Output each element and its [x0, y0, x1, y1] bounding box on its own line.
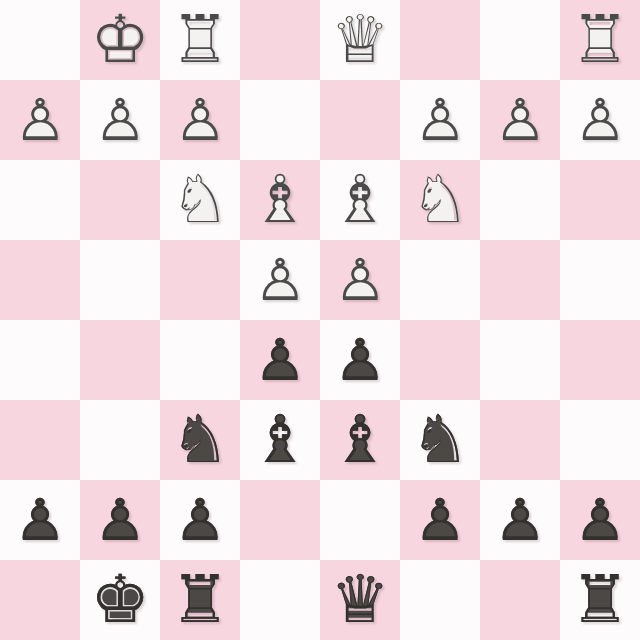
black-pawn-outline: ♙: [160, 480, 240, 560]
square-e3[interactable]: ♝♗: [320, 400, 400, 480]
square-a4[interactable]: [0, 320, 80, 400]
white-queen-outline: ♕: [320, 0, 400, 80]
piece-white-knight[interactable]: ♞♘: [400, 160, 480, 240]
square-g4[interactable]: [480, 320, 560, 400]
black-queen-outline: ♕: [320, 560, 400, 640]
black-pawn-outline: ♙: [560, 480, 640, 560]
square-c5[interactable]: [160, 240, 240, 320]
square-e1[interactable]: ♛♕: [320, 560, 400, 640]
square-e4[interactable]: ♟♙: [320, 320, 400, 400]
square-a1[interactable]: [0, 560, 80, 640]
square-b4[interactable]: [80, 320, 160, 400]
square-g1[interactable]: [480, 560, 560, 640]
piece-white-queen[interactable]: ♛♕: [320, 0, 400, 80]
square-e6[interactable]: ♝♗: [320, 160, 400, 240]
square-c6[interactable]: ♞♘: [160, 160, 240, 240]
square-d7[interactable]: [240, 80, 320, 160]
square-d8[interactable]: [240, 0, 320, 80]
black-pawn-outline: ♙: [320, 320, 400, 400]
square-d6[interactable]: ♝♗: [240, 160, 320, 240]
square-a7[interactable]: ♟♙: [0, 80, 80, 160]
piece-black-pawn[interactable]: ♟♙: [160, 480, 240, 560]
square-g3[interactable]: [480, 400, 560, 480]
piece-black-pawn[interactable]: ♟♙: [560, 480, 640, 560]
black-pawn-outline: ♙: [240, 320, 320, 400]
square-d5[interactable]: ♟♙: [240, 240, 320, 320]
square-c4[interactable]: [160, 320, 240, 400]
piece-black-queen[interactable]: ♛♕: [320, 560, 400, 640]
black-bishop-outline: ♗: [240, 400, 320, 480]
square-a6[interactable]: [0, 160, 80, 240]
white-pawn-outline: ♙: [160, 80, 240, 160]
square-g6[interactable]: [480, 160, 560, 240]
square-d1[interactable]: [240, 560, 320, 640]
square-g2[interactable]: ♟♙: [480, 480, 560, 560]
square-e8[interactable]: ♛♕: [320, 0, 400, 80]
square-b6[interactable]: [80, 160, 160, 240]
piece-black-knight[interactable]: ♞♘: [400, 400, 480, 480]
piece-black-pawn[interactable]: ♟♙: [400, 480, 480, 560]
piece-black-bishop[interactable]: ♝♗: [320, 400, 400, 480]
black-king-outline: ♔: [80, 560, 160, 640]
piece-white-pawn[interactable]: ♟♙: [400, 80, 480, 160]
black-pawn-outline: ♙: [480, 480, 560, 560]
piece-white-king[interactable]: ♚♔: [80, 0, 160, 80]
square-b7[interactable]: ♟♙: [80, 80, 160, 160]
black-pawn-outline: ♙: [80, 480, 160, 560]
square-f3[interactable]: ♞♘: [400, 400, 480, 480]
piece-white-pawn[interactable]: ♟♙: [0, 80, 80, 160]
square-e2[interactable]: [320, 480, 400, 560]
white-king-outline: ♔: [80, 0, 160, 80]
white-rook-outline: ♖: [560, 0, 640, 80]
white-bishop-outline: ♗: [320, 160, 400, 240]
black-pawn-outline: ♙: [0, 480, 80, 560]
piece-white-knight[interactable]: ♞♘: [160, 160, 240, 240]
square-h6[interactable]: [560, 160, 640, 240]
piece-white-pawn[interactable]: ♟♙: [480, 80, 560, 160]
square-e5[interactable]: ♟♙: [320, 240, 400, 320]
piece-black-pawn[interactable]: ♟♙: [80, 480, 160, 560]
white-pawn-outline: ♙: [0, 80, 80, 160]
white-knight-outline: ♘: [160, 160, 240, 240]
white-bishop-outline: ♗: [240, 160, 320, 240]
square-f8[interactable]: [400, 0, 480, 80]
piece-black-bishop[interactable]: ♝♗: [240, 400, 320, 480]
piece-white-pawn[interactable]: ♟♙: [320, 240, 400, 320]
square-f2[interactable]: ♟♙: [400, 480, 480, 560]
square-b8[interactable]: ♚♔: [80, 0, 160, 80]
white-pawn-outline: ♙: [80, 80, 160, 160]
black-knight-outline: ♘: [400, 400, 480, 480]
square-g8[interactable]: [480, 0, 560, 80]
white-pawn-outline: ♙: [480, 80, 560, 160]
square-g5[interactable]: [480, 240, 560, 320]
black-rook-outline: ♖: [160, 560, 240, 640]
piece-black-pawn[interactable]: ♟♙: [320, 320, 400, 400]
square-a8[interactable]: [0, 0, 80, 80]
square-d3[interactable]: ♝♗: [240, 400, 320, 480]
square-h5[interactable]: [560, 240, 640, 320]
black-rook-outline: ♖: [560, 560, 640, 640]
square-b3[interactable]: [80, 400, 160, 480]
piece-black-pawn[interactable]: ♟♙: [0, 480, 80, 560]
square-a5[interactable]: [0, 240, 80, 320]
white-pawn-outline: ♙: [560, 80, 640, 160]
square-h1[interactable]: ♜♖: [560, 560, 640, 640]
square-a3[interactable]: [0, 400, 80, 480]
white-rook-outline: ♖: [160, 0, 240, 80]
square-h7[interactable]: ♟♙: [560, 80, 640, 160]
black-bishop-outline: ♗: [320, 400, 400, 480]
square-h2[interactable]: ♟♙: [560, 480, 640, 560]
square-f4[interactable]: [400, 320, 480, 400]
square-g7[interactable]: ♟♙: [480, 80, 560, 160]
piece-black-knight[interactable]: ♞♘: [160, 400, 240, 480]
square-a2[interactable]: ♟♙: [0, 480, 80, 560]
white-pawn-outline: ♙: [240, 240, 320, 320]
square-h4[interactable]: [560, 320, 640, 400]
square-c1[interactable]: ♜♖: [160, 560, 240, 640]
square-e7[interactable]: [320, 80, 400, 160]
piece-black-rook[interactable]: ♜♖: [560, 560, 640, 640]
piece-white-pawn[interactable]: ♟♙: [560, 80, 640, 160]
piece-white-bishop[interactable]: ♝♗: [320, 160, 400, 240]
square-c7[interactable]: ♟♙: [160, 80, 240, 160]
square-c2[interactable]: ♟♙: [160, 480, 240, 560]
square-d4[interactable]: ♟♙: [240, 320, 320, 400]
square-f7[interactable]: ♟♙: [400, 80, 480, 160]
piece-black-pawn[interactable]: ♟♙: [240, 320, 320, 400]
square-f1[interactable]: [400, 560, 480, 640]
square-b5[interactable]: [80, 240, 160, 320]
piece-white-rook[interactable]: ♜♖: [560, 0, 640, 80]
square-f6[interactable]: ♞♘: [400, 160, 480, 240]
piece-black-rook[interactable]: ♜♖: [160, 560, 240, 640]
white-knight-outline: ♘: [400, 160, 480, 240]
piece-black-king[interactable]: ♚♔: [80, 560, 160, 640]
square-d2[interactable]: [240, 480, 320, 560]
black-knight-outline: ♘: [160, 400, 240, 480]
piece-white-bishop[interactable]: ♝♗: [240, 160, 320, 240]
piece-black-pawn[interactable]: ♟♙: [480, 480, 560, 560]
piece-white-pawn[interactable]: ♟♙: [160, 80, 240, 160]
square-h8[interactable]: ♜♖: [560, 0, 640, 80]
square-f5[interactable]: [400, 240, 480, 320]
square-c8[interactable]: ♜♖: [160, 0, 240, 80]
chess-board: ♚♔♜♖♛♕♜♖♟♙♟♙♟♙♟♙♟♙♟♙♞♘♝♗♝♗♞♘♟♙♟♙♟♙♟♙♞♘♝♗…: [0, 0, 640, 640]
black-pawn-outline: ♙: [400, 480, 480, 560]
square-c3[interactable]: ♞♘: [160, 400, 240, 480]
piece-white-pawn[interactable]: ♟♙: [80, 80, 160, 160]
white-pawn-outline: ♙: [400, 80, 480, 160]
square-b2[interactable]: ♟♙: [80, 480, 160, 560]
white-pawn-outline: ♙: [320, 240, 400, 320]
square-h3[interactable]: [560, 400, 640, 480]
square-b1[interactable]: ♚♔: [80, 560, 160, 640]
piece-white-rook[interactable]: ♜♖: [160, 0, 240, 80]
piece-white-pawn[interactable]: ♟♙: [240, 240, 320, 320]
